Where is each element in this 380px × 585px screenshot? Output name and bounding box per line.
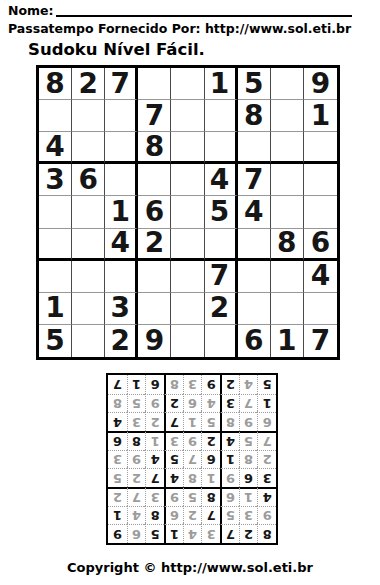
cell-r2c7[interactable]: 8 xyxy=(238,100,271,132)
cell-r5c9[interactable] xyxy=(304,196,337,228)
cell-r6c1[interactable] xyxy=(39,229,72,261)
cell-r9c5[interactable] xyxy=(171,325,204,357)
solution-cell-r8c8: 5 xyxy=(127,394,146,413)
cell-r3c2[interactable] xyxy=(72,132,105,164)
solution-cell-r9c1: 5 xyxy=(257,375,276,394)
cell-r5c4[interactable]: 6 xyxy=(138,196,171,228)
cell-r1c7[interactable]: 5 xyxy=(238,68,271,100)
solution-cell-r9c2: 4 xyxy=(239,375,258,394)
cell-r3c6[interactable] xyxy=(205,132,238,164)
cell-r6c4[interactable]: 2 xyxy=(138,229,171,261)
cell-r3c8[interactable] xyxy=(271,132,304,164)
solution-cell-r6c3: 4 xyxy=(220,431,239,450)
cell-r5c7[interactable]: 4 xyxy=(238,196,271,228)
solution-cell-r8c4: 4 xyxy=(201,394,220,413)
solution-cell-r9c8: 1 xyxy=(127,375,146,394)
cell-r7c5[interactable] xyxy=(171,261,204,293)
cell-r9c7[interactable]: 6 xyxy=(238,325,271,357)
solution-cell-r5c8: 9 xyxy=(127,450,146,469)
solution-cell-r8c7: 9 xyxy=(145,394,164,413)
cell-r2c4[interactable]: 7 xyxy=(138,100,171,132)
solution-cell-r6c1: 7 xyxy=(257,431,276,450)
cell-r4c7[interactable]: 7 xyxy=(238,164,271,196)
solution-cell-r6c2: 5 xyxy=(239,431,258,450)
cell-r2c1[interactable] xyxy=(39,100,72,132)
solution-cell-r5c6: 5 xyxy=(164,450,183,469)
cell-r1c5[interactable] xyxy=(171,68,204,100)
solution-cell-r2c4: 7 xyxy=(201,506,220,525)
cell-r5c2[interactable] xyxy=(72,196,105,228)
solution-cell-r3c3: 6 xyxy=(220,487,239,506)
cell-r9c9[interactable]: 7 xyxy=(304,325,337,357)
solution-cell-r4c8: 2 xyxy=(127,468,146,487)
cell-r9c4[interactable]: 9 xyxy=(138,325,171,357)
solution-cell-r8c1: 1 xyxy=(257,394,276,413)
solution-cell-r2c8: 4 xyxy=(127,506,146,525)
cell-r1c1[interactable]: 8 xyxy=(39,68,72,100)
cell-r9c8[interactable]: 1 xyxy=(271,325,304,357)
cell-r6c9[interactable]: 6 xyxy=(304,229,337,261)
cell-r2c5[interactable] xyxy=(171,100,204,132)
cell-r2c9[interactable]: 1 xyxy=(304,100,337,132)
cell-r8c1[interactable]: 1 xyxy=(39,293,72,325)
cell-r2c3[interactable] xyxy=(105,100,138,132)
solution-cell-r8c6: 2 xyxy=(164,394,183,413)
solution-cell-r6c4: 2 xyxy=(201,431,220,450)
solution-cell-r7c7: 2 xyxy=(145,412,164,431)
cell-r6c6[interactable] xyxy=(205,229,238,261)
cell-r6c2[interactable] xyxy=(72,229,105,261)
page-title: Sudoku Nível Fácil. xyxy=(28,40,205,59)
solution-cell-r4c9: 5 xyxy=(108,468,127,487)
solution-cell-r7c5: 1 xyxy=(183,412,202,431)
cell-r1c8[interactable] xyxy=(271,68,304,100)
cell-r7c4[interactable] xyxy=(138,261,171,293)
cell-r3c9[interactable] xyxy=(304,132,337,164)
solution-cell-r6c8: 8 xyxy=(127,431,146,450)
solution-cell-r5c7: 4 xyxy=(145,450,164,469)
cell-r7c6[interactable]: 7 xyxy=(205,261,238,293)
cell-r3c1[interactable]: 4 xyxy=(39,132,72,164)
cell-r1c9[interactable]: 9 xyxy=(304,68,337,100)
solution-cell-r2c6: 6 xyxy=(164,506,183,525)
cell-r3c3[interactable] xyxy=(105,132,138,164)
cell-r7c2[interactable] xyxy=(72,261,105,293)
solution-cell-r8c9: 8 xyxy=(108,394,127,413)
cell-r6c5[interactable] xyxy=(171,229,204,261)
solution-cell-r1c4: 3 xyxy=(201,524,220,543)
solution-cell-r1c3: 7 xyxy=(220,524,239,543)
solution-cell-r2c3: 5 xyxy=(220,506,239,525)
cell-r2c8[interactable] xyxy=(271,100,304,132)
solution-cell-r7c2: 9 xyxy=(239,412,258,431)
cell-r7c3[interactable] xyxy=(105,261,138,293)
solution-cell-r7c3: 8 xyxy=(220,412,239,431)
cell-r3c7[interactable] xyxy=(238,132,271,164)
cell-r8c9[interactable] xyxy=(304,293,337,325)
page: Nome: Passatempo Fornecido Por: http://w… xyxy=(0,0,380,585)
cell-r9c1[interactable]: 5 xyxy=(39,325,72,357)
cell-r7c7[interactable] xyxy=(238,261,271,293)
cell-r8c3[interactable]: 3 xyxy=(105,293,138,325)
solution-cell-r6c5: 9 xyxy=(183,431,202,450)
solution-cell-r4c5: 8 xyxy=(183,468,202,487)
solution-cell-r5c1: 2 xyxy=(257,450,276,469)
cell-r1c2[interactable]: 2 xyxy=(72,68,105,100)
cell-r6c7[interactable] xyxy=(238,229,271,261)
name-underline xyxy=(56,14,352,17)
solution-cell-r2c5: 2 xyxy=(183,506,202,525)
solution-cell-r7c9: 4 xyxy=(108,412,127,431)
solution-grid: 8273415699357268414168593723691847252816… xyxy=(106,373,278,545)
solution-cell-r9c4: 9 xyxy=(201,375,220,394)
solution-cell-r5c3: 1 xyxy=(220,450,239,469)
solution-cell-r8c2: 7 xyxy=(239,394,258,413)
solution-cell-r9c7: 6 xyxy=(145,375,164,394)
cell-r2c2[interactable] xyxy=(72,100,105,132)
cell-r4c4[interactable] xyxy=(138,164,171,196)
cell-r8c6[interactable]: 2 xyxy=(205,293,238,325)
solution-cell-r7c1: 6 xyxy=(257,412,276,431)
solution-cell-r3c2: 1 xyxy=(239,487,258,506)
cell-r3c5[interactable] xyxy=(171,132,204,164)
solution-cell-r2c9: 1 xyxy=(108,506,127,525)
solution-cell-r1c8: 6 xyxy=(127,524,146,543)
name-label: Nome: xyxy=(8,3,54,18)
cell-r4c3[interactable] xyxy=(105,164,138,196)
cell-r4c5[interactable] xyxy=(171,164,204,196)
solution-cell-r7c8: 3 xyxy=(127,412,146,431)
solution-cell-r1c1: 8 xyxy=(257,524,276,543)
cell-r1c6[interactable]: 1 xyxy=(205,68,238,100)
copyright-text: Copyright © http://www.sol.eti.br xyxy=(0,560,380,575)
solution-cell-r2c1: 9 xyxy=(257,506,276,525)
solution-cell-r1c9: 9 xyxy=(108,524,127,543)
solution-cell-r1c6: 1 xyxy=(164,524,183,543)
solution-cell-r3c9: 2 xyxy=(108,487,127,506)
solution-cell-r1c2: 2 xyxy=(239,524,258,543)
solution-cell-r9c3: 2 xyxy=(220,375,239,394)
solution-cell-r6c6: 3 xyxy=(164,431,183,450)
solution-cell-r9c5: 3 xyxy=(183,375,202,394)
solution-cell-r2c7: 8 xyxy=(145,506,164,525)
provider-text: Passatempo Fornecido Por: http://www.sol… xyxy=(8,21,351,36)
cell-r4c8[interactable] xyxy=(271,164,304,196)
solution-cell-r4c7: 7 xyxy=(145,468,164,487)
cell-r2c6[interactable] xyxy=(205,100,238,132)
cell-r8c8[interactable] xyxy=(271,293,304,325)
cell-r7c1[interactable] xyxy=(39,261,72,293)
cell-r5c3[interactable]: 1 xyxy=(105,196,138,228)
solution-cell-r4c1: 3 xyxy=(257,468,276,487)
solution-cell-r7c4: 5 xyxy=(201,412,220,431)
cell-r9c6[interactable] xyxy=(205,325,238,357)
solution-cell-r3c6: 9 xyxy=(164,487,183,506)
cell-r8c4[interactable] xyxy=(138,293,171,325)
solution-cell-r3c5: 5 xyxy=(183,487,202,506)
solution-cell-r8c3: 3 xyxy=(220,394,239,413)
cell-r4c6[interactable]: 4 xyxy=(205,164,238,196)
cell-r8c2[interactable] xyxy=(72,293,105,325)
solution-cell-r9c9: 7 xyxy=(108,375,127,394)
sudoku-grid: 8271597814836471654428674132529617 xyxy=(36,65,340,360)
solution-cell-r4c6: 4 xyxy=(164,468,183,487)
cell-r5c1[interactable] xyxy=(39,196,72,228)
solution-cell-r9c6: 8 xyxy=(164,375,183,394)
cell-r5c5[interactable] xyxy=(171,196,204,228)
solution-cell-r5c4: 6 xyxy=(201,450,220,469)
cell-r9c2[interactable] xyxy=(72,325,105,357)
cell-r7c9[interactable]: 4 xyxy=(304,261,337,293)
cell-r4c9[interactable] xyxy=(304,164,337,196)
solution-cell-r6c9: 6 xyxy=(108,431,127,450)
solution-cell-r1c5: 4 xyxy=(183,524,202,543)
cell-r6c3[interactable]: 4 xyxy=(105,229,138,261)
solution-cell-r3c7: 3 xyxy=(145,487,164,506)
cell-r6c8[interactable]: 8 xyxy=(271,229,304,261)
solution-cell-r3c1: 4 xyxy=(257,487,276,506)
solution-cell-r7c6: 7 xyxy=(164,412,183,431)
cell-r8c7[interactable] xyxy=(238,293,271,325)
cell-r5c8[interactable] xyxy=(271,196,304,228)
cell-r7c8[interactable] xyxy=(271,261,304,293)
name-row: Nome: xyxy=(8,3,352,18)
solution-cell-r4c3: 9 xyxy=(220,468,239,487)
cell-r1c4[interactable] xyxy=(138,68,171,100)
cell-r5c6[interactable]: 5 xyxy=(205,196,238,228)
cell-r4c2[interactable]: 6 xyxy=(72,164,105,196)
solution-cell-r8c5: 6 xyxy=(183,394,202,413)
solution-cell-r4c2: 6 xyxy=(239,468,258,487)
solution-cell-r5c5: 7 xyxy=(183,450,202,469)
solution-cell-r4c4: 1 xyxy=(201,468,220,487)
solution-cell-r1c7: 5 xyxy=(145,524,164,543)
cell-r9c3[interactable]: 2 xyxy=(105,325,138,357)
solution-cell-r5c2: 8 xyxy=(239,450,258,469)
solution-cell-r3c4: 8 xyxy=(201,487,220,506)
solution-cell-r6c7: 1 xyxy=(145,431,164,450)
cell-r8c5[interactable] xyxy=(171,293,204,325)
cell-r4c1[interactable]: 3 xyxy=(39,164,72,196)
cell-r3c4[interactable]: 8 xyxy=(138,132,171,164)
solution-cell-r5c9: 3 xyxy=(108,450,127,469)
solution-cell-r2c2: 3 xyxy=(239,506,258,525)
cell-r1c3[interactable]: 7 xyxy=(105,68,138,100)
solution-cell-r3c8: 7 xyxy=(127,487,146,506)
